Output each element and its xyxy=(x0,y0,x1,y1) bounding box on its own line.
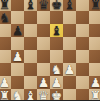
square-f2[interactable] xyxy=(63,76,76,89)
square-a1[interactable]: ♜ xyxy=(0,89,11,101)
square-h3[interactable] xyxy=(89,63,100,76)
piece-white-pawn: ♟ xyxy=(12,49,23,62)
piece-black-king: ♚ xyxy=(51,0,62,10)
square-f3[interactable]: ♟ xyxy=(63,63,76,76)
square-d3[interactable] xyxy=(37,63,50,76)
piece-white-rook: ♜ xyxy=(0,88,10,100)
piece-white-pawn: ♟ xyxy=(38,75,49,88)
square-g8[interactable] xyxy=(76,0,89,11)
piece-black-knight: ♞ xyxy=(0,10,10,23)
square-f8[interactable]: ♝ xyxy=(63,0,76,11)
square-b4[interactable]: ♟ xyxy=(11,50,24,63)
square-d7[interactable] xyxy=(37,11,50,24)
square-g1[interactable] xyxy=(76,89,89,101)
square-g4[interactable] xyxy=(76,50,89,63)
square-e5[interactable] xyxy=(50,37,63,50)
piece-white-pawn: ♟ xyxy=(64,62,75,75)
square-e1[interactable]: ♚ xyxy=(50,89,63,101)
square-h6[interactable] xyxy=(89,24,100,37)
square-e8[interactable]: ♚ xyxy=(50,0,63,11)
square-b5[interactable] xyxy=(11,37,24,50)
square-a3[interactable] xyxy=(0,63,11,76)
square-h4[interactable] xyxy=(89,50,100,63)
square-g2[interactable] xyxy=(76,76,89,89)
square-c1[interactable]: ♝ xyxy=(24,89,37,101)
square-e7[interactable] xyxy=(50,11,63,24)
piece-black-queen: ♛ xyxy=(38,0,49,10)
square-a8[interactable]: ♜ xyxy=(0,0,11,11)
square-d2[interactable]: ♟ xyxy=(37,76,50,89)
piece-black-bishop: ♝ xyxy=(25,0,36,10)
piece-white-pawn: ♟ xyxy=(0,75,10,88)
square-d8[interactable]: ♛ xyxy=(37,0,50,11)
square-c6[interactable] xyxy=(24,24,37,37)
square-c8[interactable]: ♝ xyxy=(24,0,37,11)
square-f6[interactable] xyxy=(63,24,76,37)
square-e3[interactable]: ♞ xyxy=(50,63,63,76)
square-b7[interactable] xyxy=(11,11,24,24)
piece-white-queen: ♛ xyxy=(38,88,49,100)
square-c5[interactable] xyxy=(24,37,37,50)
square-h2[interactable]: ♟ xyxy=(89,76,100,89)
square-e2[interactable]: ♟ xyxy=(50,76,63,89)
piece-white-pawn: ♟ xyxy=(90,75,100,88)
square-g3[interactable] xyxy=(76,63,89,76)
piece-black-bishop: ♝ xyxy=(64,0,75,10)
square-a5[interactable] xyxy=(0,37,11,50)
square-e4[interactable] xyxy=(50,50,63,63)
square-a2[interactable]: ♟ xyxy=(0,76,11,89)
square-c3[interactable] xyxy=(24,63,37,76)
square-b1[interactable]: ♞ xyxy=(11,89,24,101)
square-h8[interactable]: ♜ xyxy=(89,0,100,11)
piece-black-pawn: ♟ xyxy=(12,23,23,36)
piece-white-pawn: ♟ xyxy=(51,75,62,88)
square-c4[interactable] xyxy=(24,50,37,63)
piece-white-knight: ♞ xyxy=(12,88,23,100)
chess-board-viewport: ♜♝♛♚♝♜♞♟♝♟♞♟♟♟♟♟♜♞♝♛♚♜ xyxy=(0,0,100,100)
square-a6[interactable] xyxy=(0,24,11,37)
square-a7[interactable]: ♞ xyxy=(0,11,11,24)
chess-board: ♜♝♛♚♝♜♞♟♝♟♞♟♟♟♟♟♜♞♝♛♚♜ xyxy=(0,0,100,100)
square-f5[interactable] xyxy=(63,37,76,50)
square-h1[interactable]: ♜ xyxy=(89,89,100,101)
piece-white-king: ♚ xyxy=(51,88,62,100)
square-f7[interactable] xyxy=(63,11,76,24)
square-d1[interactable]: ♛ xyxy=(37,89,50,101)
square-g5[interactable] xyxy=(76,37,89,50)
square-f1[interactable] xyxy=(63,89,76,101)
square-b8[interactable] xyxy=(11,0,24,11)
square-d6[interactable] xyxy=(37,24,50,37)
square-h7[interactable] xyxy=(89,11,100,24)
piece-white-knight: ♞ xyxy=(51,62,62,75)
square-b3[interactable] xyxy=(11,63,24,76)
square-e6[interactable]: ♝ xyxy=(50,24,63,37)
piece-black-bishop: ♝ xyxy=(51,23,62,36)
piece-black-rook: ♜ xyxy=(0,0,10,10)
square-c2[interactable] xyxy=(24,76,37,89)
square-g7[interactable] xyxy=(76,11,89,24)
square-b2[interactable] xyxy=(11,76,24,89)
square-d4[interactable] xyxy=(37,50,50,63)
square-g6[interactable] xyxy=(76,24,89,37)
piece-black-rook: ♜ xyxy=(90,0,100,10)
piece-white-rook: ♜ xyxy=(90,88,100,100)
square-b6[interactable]: ♟ xyxy=(11,24,24,37)
square-f4[interactable] xyxy=(63,50,76,63)
piece-white-bishop: ♝ xyxy=(25,88,36,100)
square-c7[interactable] xyxy=(24,11,37,24)
square-h5[interactable] xyxy=(89,37,100,50)
square-d5[interactable] xyxy=(37,37,50,50)
square-a4[interactable] xyxy=(0,50,11,63)
